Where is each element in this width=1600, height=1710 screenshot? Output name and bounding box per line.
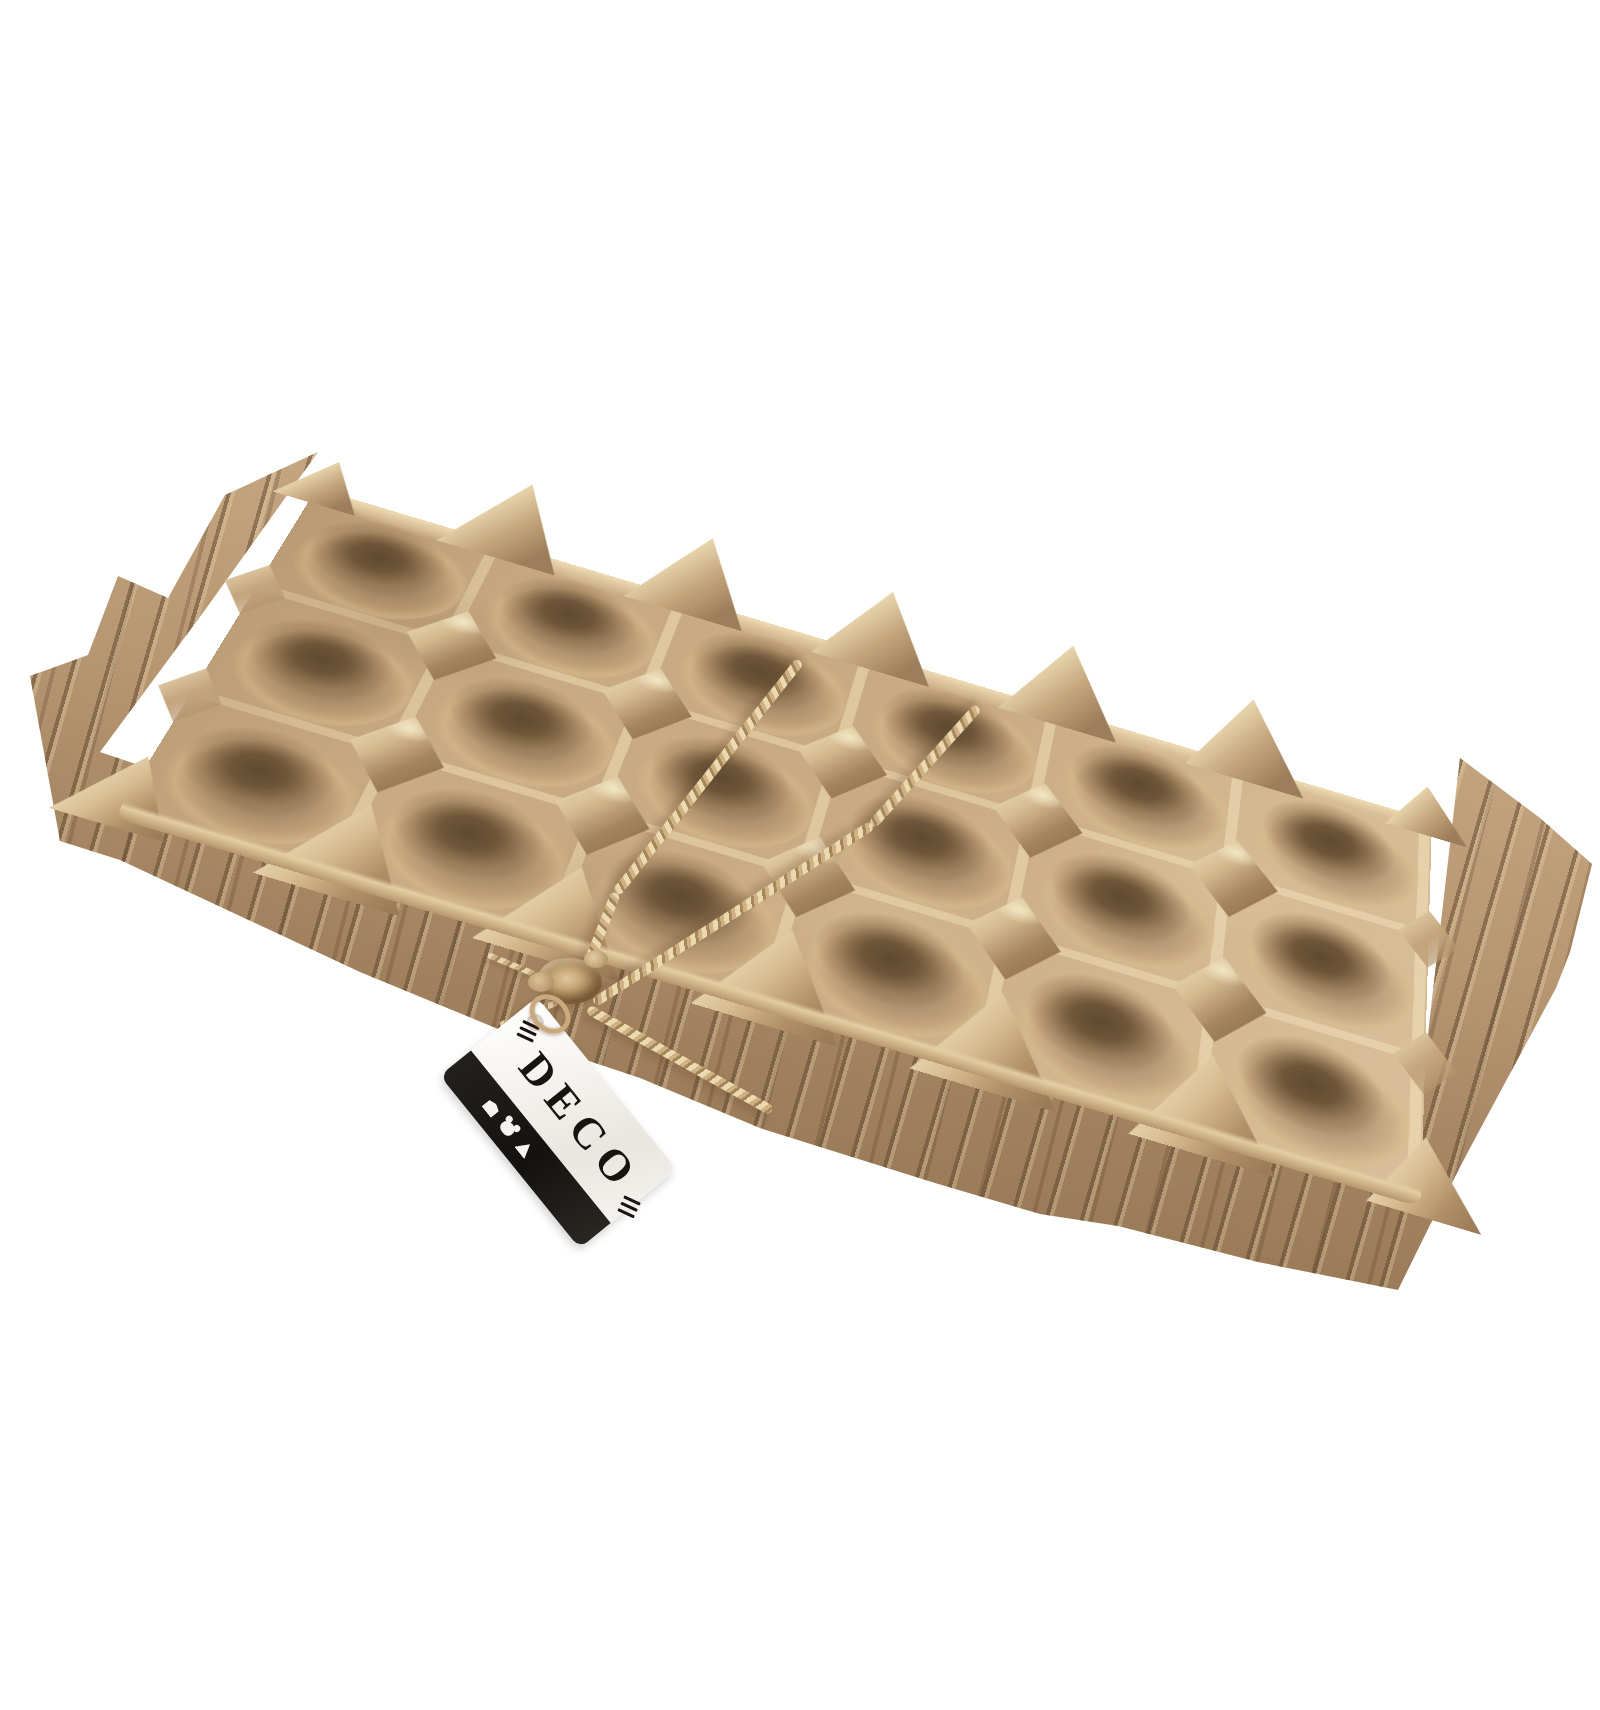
tick-marks-right-icon (617, 1195, 640, 1218)
scene: DECO (0, 0, 1600, 1710)
cup-grid (314, 493, 1432, 826)
bear-icon (498, 1118, 518, 1138)
egg-cup (1232, 890, 1417, 1053)
egg-cup (821, 773, 1025, 930)
parcel-icon (481, 1098, 501, 1118)
egg-cup (1026, 832, 1221, 992)
egg-cup (1245, 780, 1421, 930)
tree-icon (514, 1138, 535, 1159)
